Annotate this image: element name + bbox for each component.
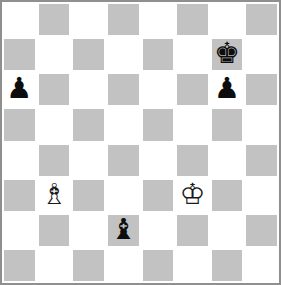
square-a8[interactable] (2, 2, 37, 37)
square-a6[interactable]: ♟ (2, 72, 37, 107)
square-d4[interactable] (106, 143, 141, 178)
square-d2[interactable]: ♝ (106, 213, 141, 248)
square-b1[interactable] (37, 248, 72, 283)
square-d7[interactable] (106, 37, 141, 72)
square-c7[interactable] (71, 37, 106, 72)
square-b2[interactable] (37, 213, 72, 248)
square-f7[interactable] (175, 37, 210, 72)
square-c8[interactable] (71, 2, 106, 37)
square-h5[interactable] (244, 107, 279, 142)
white-king-piece: ♔ (179, 180, 205, 209)
square-e6[interactable] (141, 72, 176, 107)
square-e2[interactable] (141, 213, 176, 248)
square-g7[interactable]: ♚ (210, 37, 245, 72)
square-d6[interactable] (106, 72, 141, 107)
square-c5[interactable] (71, 107, 106, 142)
square-d5[interactable] (106, 107, 141, 142)
black-pawn-piece: ♟ (6, 74, 32, 103)
square-e3[interactable] (141, 178, 176, 213)
square-a3[interactable] (2, 178, 37, 213)
black-bishop-piece: ♝ (110, 215, 136, 244)
square-h7[interactable] (244, 37, 279, 72)
square-h2[interactable] (244, 213, 279, 248)
square-e7[interactable] (141, 37, 176, 72)
square-e1[interactable] (141, 248, 176, 283)
square-b3[interactable]: ♗ (37, 178, 72, 213)
square-e8[interactable] (141, 2, 176, 37)
square-g3[interactable] (210, 178, 245, 213)
square-c3[interactable] (71, 178, 106, 213)
square-f1[interactable] (175, 248, 210, 283)
square-b5[interactable] (37, 107, 72, 142)
square-g2[interactable] (210, 213, 245, 248)
square-a1[interactable] (2, 248, 37, 283)
square-f8[interactable] (175, 2, 210, 37)
square-b8[interactable] (37, 2, 72, 37)
square-g4[interactable] (210, 143, 245, 178)
square-f6[interactable] (175, 72, 210, 107)
black-pawn-piece: ♟ (214, 74, 240, 103)
square-b4[interactable] (37, 143, 72, 178)
square-f2[interactable] (175, 213, 210, 248)
square-a5[interactable] (2, 107, 37, 142)
square-b6[interactable] (37, 72, 72, 107)
square-d3[interactable] (106, 178, 141, 213)
square-h4[interactable] (244, 143, 279, 178)
square-e4[interactable] (141, 143, 176, 178)
square-c6[interactable] (71, 72, 106, 107)
square-b7[interactable] (37, 37, 72, 72)
square-a2[interactable] (2, 213, 37, 248)
square-h3[interactable] (244, 178, 279, 213)
square-c1[interactable] (71, 248, 106, 283)
square-f4[interactable] (175, 143, 210, 178)
square-f3[interactable]: ♔ (175, 178, 210, 213)
square-g6[interactable]: ♟ (210, 72, 245, 107)
square-g8[interactable] (210, 2, 245, 37)
chess-board: ♚♟♟♗♔♝ (2, 2, 279, 283)
square-d1[interactable] (106, 248, 141, 283)
square-g5[interactable] (210, 107, 245, 142)
square-e5[interactable] (141, 107, 176, 142)
square-h1[interactable] (244, 248, 279, 283)
square-h6[interactable] (244, 72, 279, 107)
square-f5[interactable] (175, 107, 210, 142)
white-bishop-piece: ♗ (41, 180, 67, 209)
square-a4[interactable] (2, 143, 37, 178)
chess-board-frame: ♚♟♟♗♔♝ (0, 0, 281, 285)
square-a7[interactable] (2, 37, 37, 72)
square-c2[interactable] (71, 213, 106, 248)
square-h8[interactable] (244, 2, 279, 37)
black-king-piece: ♚ (214, 39, 240, 68)
square-d8[interactable] (106, 2, 141, 37)
square-c4[interactable] (71, 143, 106, 178)
square-g1[interactable] (210, 248, 245, 283)
